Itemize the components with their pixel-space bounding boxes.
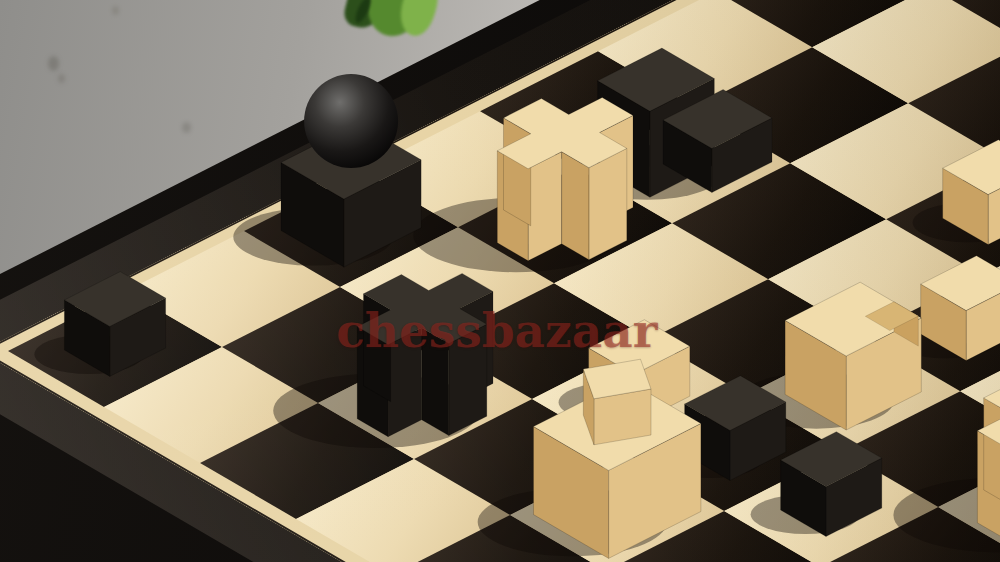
piece-black-pawn-a1[interactable] [34, 272, 165, 377]
piece-white-bishop-d2[interactable] [413, 98, 633, 273]
piece-black-queen-c1[interactable] [233, 74, 421, 267]
piece-black-bishop-b3[interactable] [273, 273, 493, 448]
piece-white-bishop-d7[interactable] [893, 378, 1000, 553]
scene: chessbazaar [0, 0, 1000, 562]
watermark-text: chessbazaar [336, 303, 657, 358]
pieces-layer [0, 0, 1000, 562]
piece-white-pawn-f4[interactable] [913, 140, 1000, 245]
